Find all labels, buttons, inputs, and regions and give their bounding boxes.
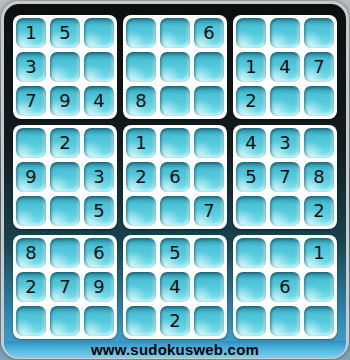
cell-r3c4[interactable]: 8 [126, 86, 156, 116]
cell-r3c2[interactable]: 9 [50, 86, 80, 116]
cell-r2c2[interactable] [50, 52, 80, 82]
cell-r1c8[interactable] [270, 18, 300, 48]
cell-r5c3[interactable]: 3 [84, 162, 114, 192]
cell-r1c6[interactable]: 6 [194, 18, 224, 48]
cell-r3c7[interactable]: 2 [236, 86, 266, 116]
cell-r9c2[interactable] [50, 306, 80, 336]
box-2-0: 86279 [13, 235, 117, 339]
cell-r4c4[interactable]: 1 [126, 128, 156, 158]
cell-r4c2[interactable]: 2 [50, 128, 80, 158]
cell-r5c4[interactable]: 2 [126, 162, 156, 192]
cell-r6c4[interactable] [126, 196, 156, 226]
cell-r8c6[interactable] [194, 272, 224, 302]
box-0-1: 68 [123, 15, 227, 119]
box-2-1: 542 [123, 235, 227, 339]
cell-r7c3[interactable]: 6 [84, 238, 114, 268]
cell-r7c1[interactable]: 8 [16, 238, 46, 268]
cell-r1c9[interactable] [304, 18, 334, 48]
cell-r6c2[interactable] [50, 196, 80, 226]
cell-r5c8[interactable]: 7 [270, 162, 300, 192]
cell-r6c8[interactable] [270, 196, 300, 226]
cell-r7c6[interactable] [194, 238, 224, 268]
cell-r8c9[interactable] [304, 272, 334, 302]
cell-r9c8[interactable] [270, 306, 300, 336]
cell-r1c4[interactable] [126, 18, 156, 48]
cell-r4c8[interactable]: 3 [270, 128, 300, 158]
cell-r3c8[interactable] [270, 86, 300, 116]
cell-r2c3[interactable] [84, 52, 114, 82]
cell-r6c7[interactable] [236, 196, 266, 226]
cell-r5c9[interactable]: 8 [304, 162, 334, 192]
cell-r6c1[interactable] [16, 196, 46, 226]
cell-r9c7[interactable] [236, 306, 266, 336]
cell-r2c8[interactable]: 4 [270, 52, 300, 82]
cell-r7c2[interactable] [50, 238, 80, 268]
cell-r7c7[interactable] [236, 238, 266, 268]
cell-r4c1[interactable] [16, 128, 46, 158]
cell-r9c1[interactable] [16, 306, 46, 336]
cell-r4c3[interactable] [84, 128, 114, 158]
sudoku-board: 153794681472293512674357828627954216 www… [1, 1, 349, 359]
cell-r3c6[interactable] [194, 86, 224, 116]
cell-r5c5[interactable]: 6 [160, 162, 190, 192]
cell-r3c1[interactable]: 7 [16, 86, 46, 116]
cell-r5c1[interactable]: 9 [16, 162, 46, 192]
cell-r6c9[interactable]: 2 [304, 196, 334, 226]
cell-r8c4[interactable] [126, 272, 156, 302]
box-0-2: 1472 [233, 15, 337, 119]
cell-r2c7[interactable]: 1 [236, 52, 266, 82]
cell-r1c3[interactable] [84, 18, 114, 48]
cell-r6c5[interactable] [160, 196, 190, 226]
cell-r8c7[interactable] [236, 272, 266, 302]
cell-r4c6[interactable] [194, 128, 224, 158]
cell-r7c4[interactable] [126, 238, 156, 268]
cell-r4c7[interactable]: 4 [236, 128, 266, 158]
cell-r4c5[interactable] [160, 128, 190, 158]
cell-r9c4[interactable] [126, 306, 156, 336]
cell-r2c6[interactable] [194, 52, 224, 82]
box-0-0: 153794 [13, 15, 117, 119]
cell-r7c8[interactable] [270, 238, 300, 268]
cell-r3c9[interactable] [304, 86, 334, 116]
cell-r5c7[interactable]: 5 [236, 162, 266, 192]
cell-r1c5[interactable] [160, 18, 190, 48]
cell-r8c8[interactable]: 6 [270, 272, 300, 302]
sudoku-page: 153794681472293512674357828627954216 www… [0, 0, 350, 360]
cell-r2c9[interactable]: 7 [304, 52, 334, 82]
cell-r9c6[interactable] [194, 306, 224, 336]
cell-r5c6[interactable] [194, 162, 224, 192]
cell-r7c5[interactable]: 5 [160, 238, 190, 268]
cell-r7c9[interactable]: 1 [304, 238, 334, 268]
cell-r3c5[interactable] [160, 86, 190, 116]
cell-r9c3[interactable] [84, 306, 114, 336]
cell-r2c4[interactable] [126, 52, 156, 82]
cell-r5c2[interactable] [50, 162, 80, 192]
cell-r3c3[interactable]: 4 [84, 86, 114, 116]
cell-r2c5[interactable] [160, 52, 190, 82]
cell-r8c1[interactable]: 2 [16, 272, 46, 302]
cell-r1c7[interactable] [236, 18, 266, 48]
cell-r6c6[interactable]: 7 [194, 196, 224, 226]
box-2-2: 16 [233, 235, 337, 339]
cell-r9c9[interactable] [304, 306, 334, 336]
footer-bar: www.sudokusweb.com [4, 341, 346, 358]
cell-r2c1[interactable]: 3 [16, 52, 46, 82]
cell-r1c1[interactable]: 1 [16, 18, 46, 48]
cell-r6c3[interactable]: 5 [84, 196, 114, 226]
box-1-1: 1267 [123, 125, 227, 229]
cell-r8c2[interactable]: 7 [50, 272, 80, 302]
sudoku-grid: 153794681472293512674357828627954216 [4, 4, 346, 343]
cell-r8c3[interactable]: 9 [84, 272, 114, 302]
cell-r9c5[interactable]: 2 [160, 306, 190, 336]
site-url-label: www.sudokusweb.com [91, 341, 259, 358]
cell-r4c9[interactable] [304, 128, 334, 158]
box-1-2: 435782 [233, 125, 337, 229]
cell-r1c2[interactable]: 5 [50, 18, 80, 48]
cell-r8c5[interactable]: 4 [160, 272, 190, 302]
box-1-0: 2935 [13, 125, 117, 229]
